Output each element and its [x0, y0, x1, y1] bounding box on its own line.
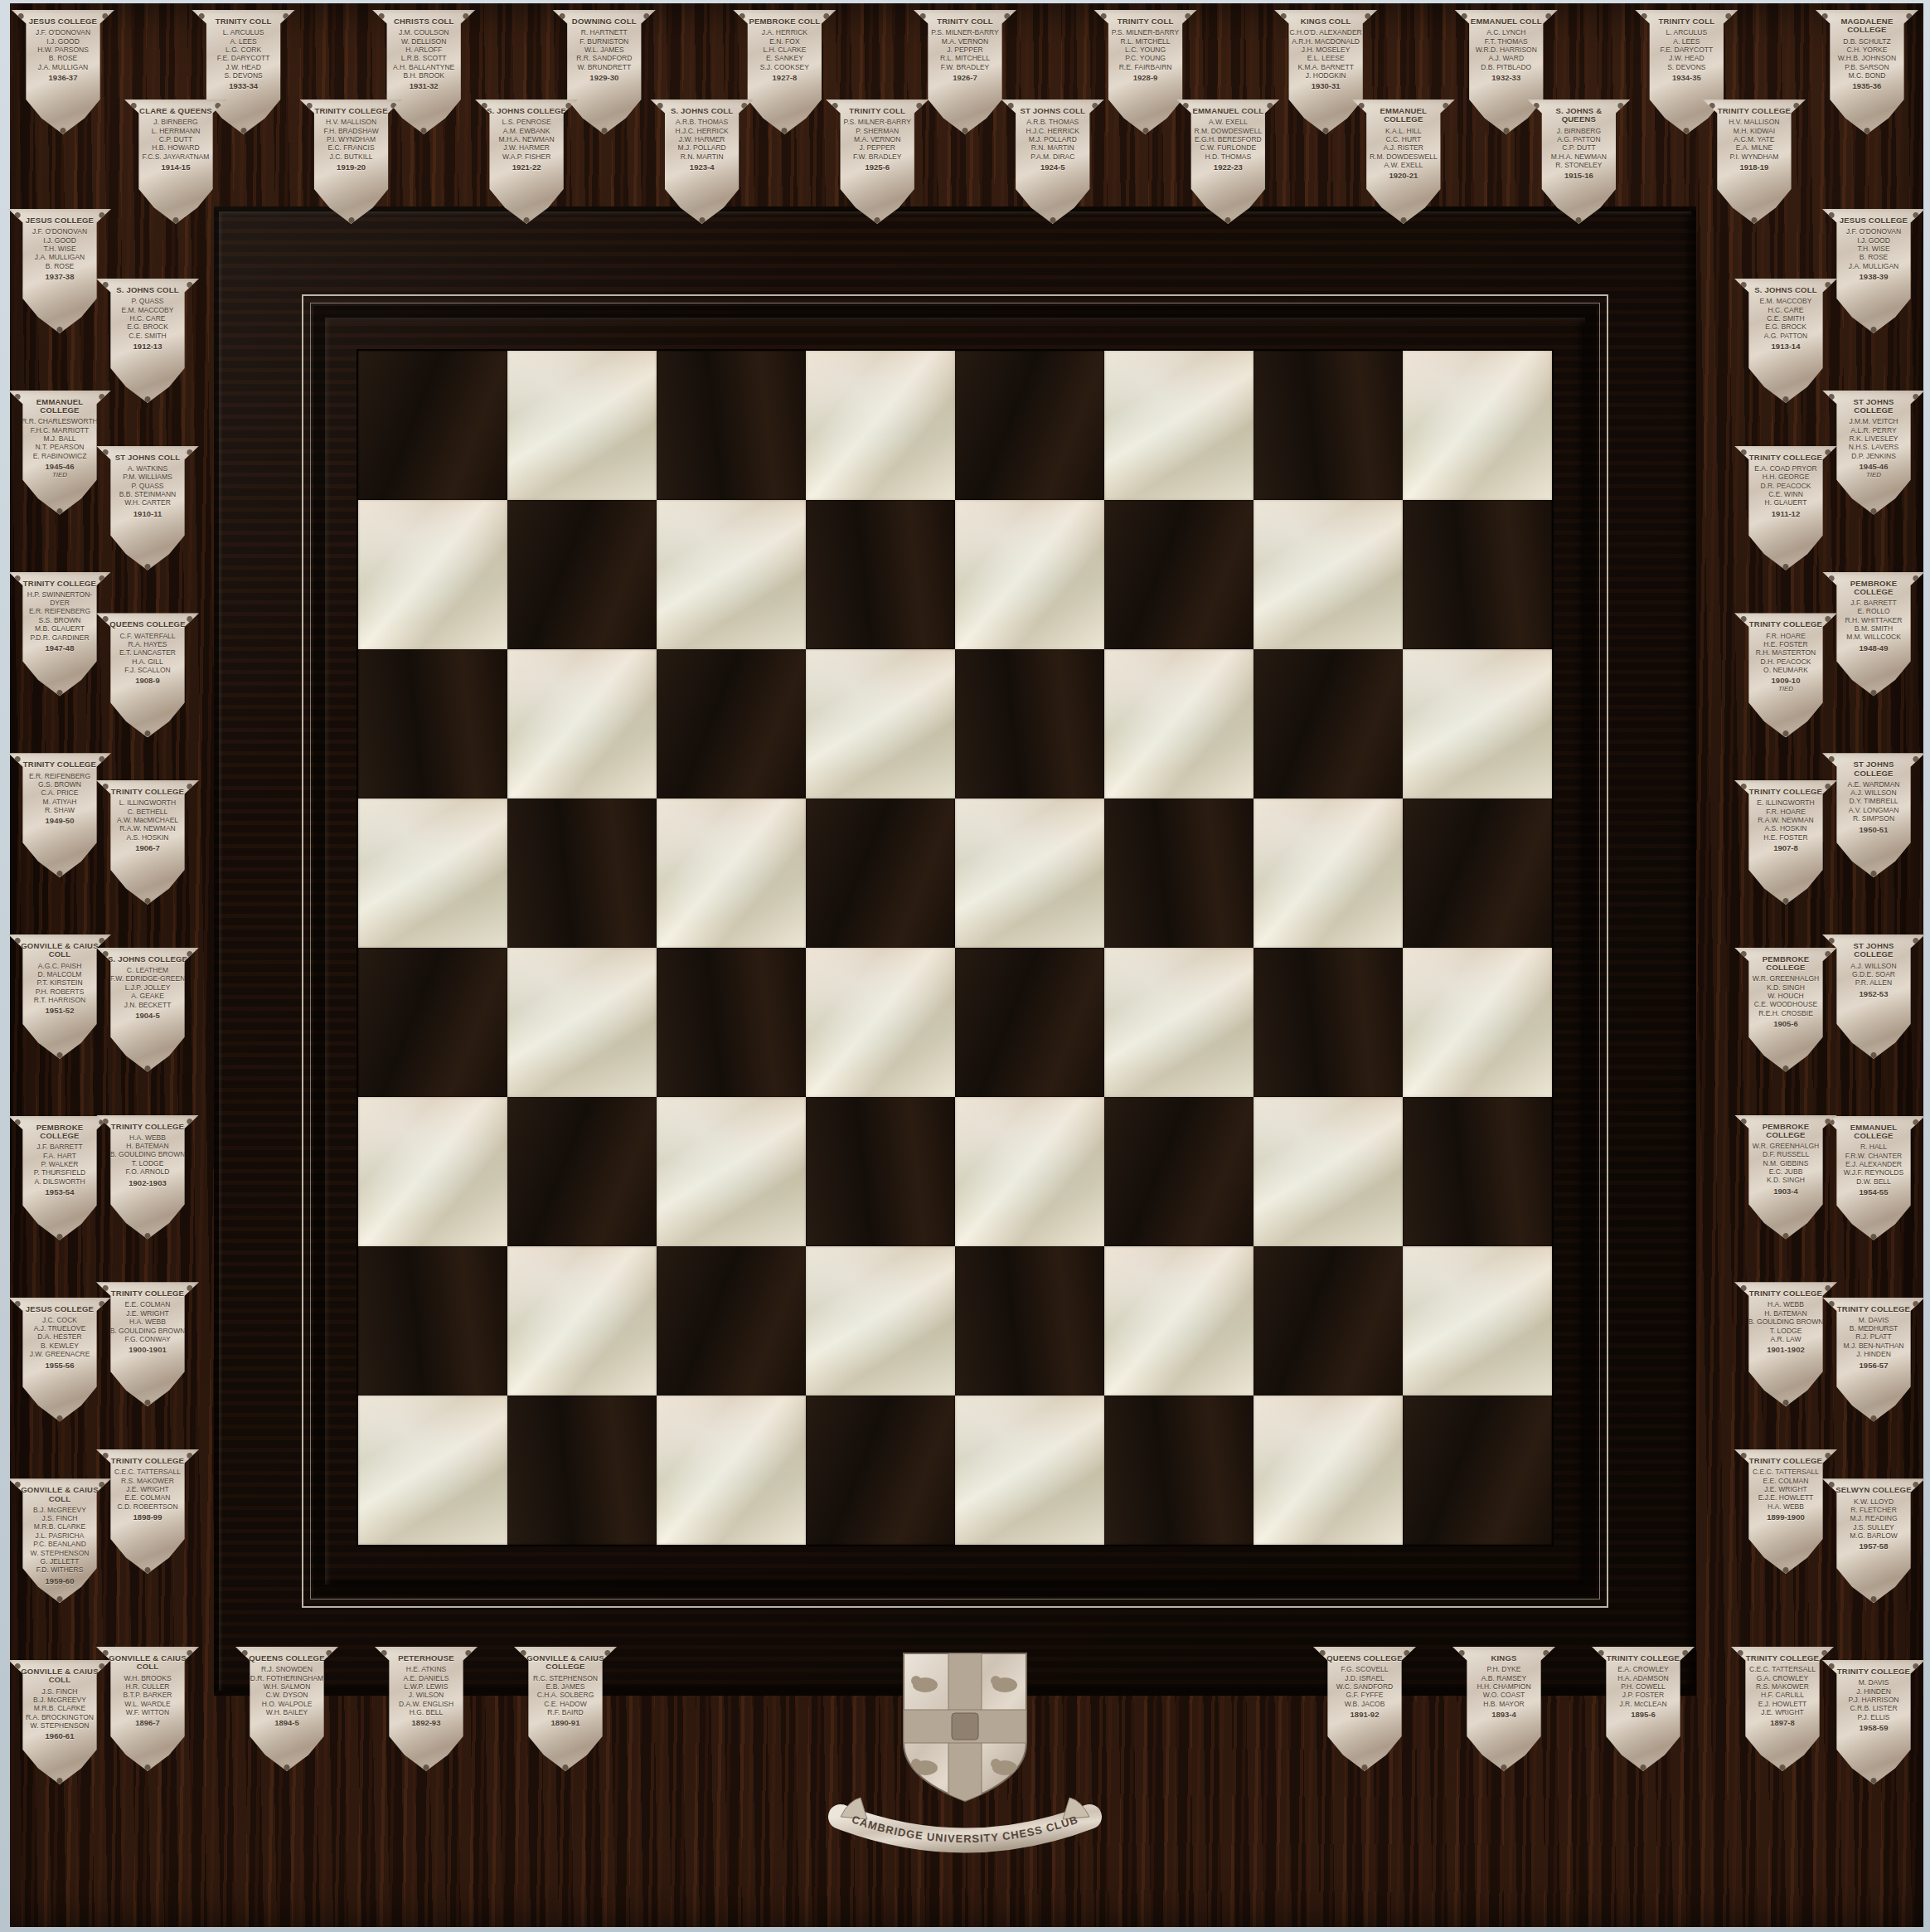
plaque-player-name: A.S. HOSKIN — [1745, 824, 1826, 833]
plaque-college: SELWYN COLLEGE — [1833, 1486, 1914, 1494]
plaque-player-name: P.I. WYNDHAM — [1714, 153, 1795, 161]
square-r2c7[interactable] — [1254, 500, 1403, 649]
square-r3c4[interactable] — [806, 649, 955, 799]
plaque-player-name: A.E. WARDMAN — [1833, 780, 1914, 789]
plaque-year: 1933-34 — [203, 81, 284, 90]
square-r5c5[interactable] — [955, 948, 1104, 1097]
plaque-college: TRINITY COLLEGE — [1742, 1654, 1823, 1663]
plaque-player-name: P. QUASS — [107, 482, 188, 490]
plaque-player-name: C.E.C. TATTERSALL — [1745, 1468, 1826, 1476]
plaque-player-name: W.R. GREENHALGH — [1745, 1142, 1826, 1150]
plaque-player-name: C.E. HADOW — [525, 1700, 606, 1708]
square-r6c2[interactable] — [507, 1097, 657, 1246]
plaque-player-name: J.W. HARMER — [662, 135, 743, 143]
plaque-player-name: C.E. SMITH — [1745, 314, 1826, 323]
square-r3c2[interactable] — [507, 649, 657, 799]
plaque-1891-92: QUEENS COLLEGEF.G. SCOVELLJ.D. ISRAELW.C… — [1313, 1647, 1416, 1771]
plaque-group-bottom-left: GONVILLE & CAIUS COLLW.H. BROOKSH.R. CUL… — [96, 1647, 617, 1771]
plaque-1918-19: TRINITY COLLEGEH.V. MALLISONM.H. KIDWAIA… — [1703, 100, 1806, 224]
plaque-player-name: J. BIRNBERG — [1538, 127, 1619, 135]
square-r6c7[interactable] — [1254, 1097, 1403, 1246]
plaque-player-name: M.J. POLLARD — [1012, 135, 1094, 143]
plaque-player-name: B. KEWLEY — [19, 1342, 100, 1350]
plaque-player-name: F.R.W. CHANTER — [1833, 1152, 1914, 1160]
plaque-year: 1913-14 — [1745, 342, 1826, 351]
plaque-college: TRINITY COLL — [836, 107, 918, 115]
plaque-player-name: P.A.M. DIRAC — [1012, 153, 1094, 161]
square-r4c5[interactable] — [955, 799, 1104, 948]
plaque-player-name: C.D. ROBERTSON — [107, 1502, 188, 1511]
plaque-player-name: J.H. MOSELEY — [1285, 46, 1366, 54]
plaque-player-name: M.R.B. CLARKE — [19, 1522, 100, 1531]
square-r8c4[interactable] — [806, 1396, 955, 1545]
square-r8c7[interactable] — [1254, 1396, 1403, 1545]
plaque-player-name: H.E. FOSTER — [1745, 640, 1826, 648]
plaque-player-name: P.I. WYNDHAM — [311, 135, 392, 143]
plaque-player-name: H. ARLOFF — [383, 46, 464, 54]
plaque-player-name: W.B. JACOB — [1324, 1700, 1405, 1708]
plaque-player-name: A.G. PATTON — [1745, 332, 1826, 340]
plaque-player-name: C.E. WOODHOUSE — [1745, 1000, 1826, 1008]
square-r8c6[interactable] — [1104, 1396, 1254, 1545]
plaque-player-name: H.C. CARE — [107, 314, 188, 323]
square-r2c8[interactable] — [1403, 500, 1552, 649]
square-r7c1[interactable] — [358, 1246, 507, 1396]
square-r2c5[interactable] — [955, 500, 1104, 649]
plaque-player-name: A.V. LONGMAN — [1833, 806, 1914, 814]
plaque-player-name: G.F. FYFFE — [1324, 1691, 1405, 1699]
plaque-player-name: J.E. WRIGHT — [1742, 1708, 1823, 1716]
square-r3c8[interactable] — [1403, 649, 1552, 799]
plaque-player-name: D. MALCOLM — [19, 970, 100, 978]
plaque-row-bottom: GONVILLE & CAIUS COLLW.H. BROOKSH.R. CUL… — [96, 1647, 1834, 1896]
plaque-player-name: C.E.C. TATTERSALL — [1742, 1665, 1823, 1673]
plaque-player-name: M. ATIYAH — [19, 798, 100, 806]
square-r4c6[interactable] — [1104, 799, 1254, 948]
plaque-player-name: M.M. WILLCOCK — [1833, 633, 1914, 641]
plaque-player-name: A.S. HOSKIN — [107, 833, 188, 842]
plaque-player-name: D.P. JENKINS — [1833, 452, 1914, 460]
plaque-player-name: W. HOUCH — [1745, 992, 1826, 1000]
plaque-player-name: J.S. FINCH — [19, 1687, 100, 1696]
plaque-player-name: H. GLAUERT — [1745, 498, 1826, 507]
plaque-college: TRINITY COLL — [203, 17, 284, 26]
plaque-player-name: N.T. PEARSON — [19, 443, 100, 451]
plaque-player-name: E.T. LANCASTER — [107, 648, 188, 657]
square-r2c3[interactable] — [657, 500, 806, 649]
plaque-year: 1900-1901 — [107, 1345, 188, 1354]
plaque-player-name: H. BATEMAN — [107, 1142, 188, 1150]
plaque-player-name: R.N. MARTIN — [1012, 143, 1094, 152]
plaque-college: EMMANUEL COLLEGE — [1833, 1124, 1914, 1141]
plaque-player-name: E.E. COLMAN — [1745, 1477, 1826, 1485]
plaque-player-name: H.A. WEBB — [107, 1133, 188, 1142]
square-r1c1[interactable] — [358, 351, 507, 500]
plaque-year: 1934-35 — [1646, 73, 1727, 82]
square-r5c2[interactable] — [507, 948, 657, 1097]
plaque-1914-15: CLARE & QUEENSJ. BIRNBERGL. HERRMANNC.P.… — [124, 100, 227, 224]
square-r8c3[interactable] — [657, 1396, 806, 1545]
square-r1c7[interactable] — [1254, 351, 1403, 500]
plaque-year: 1945-46 — [1833, 462, 1914, 471]
square-r2c6[interactable] — [1104, 500, 1254, 649]
plaque-player-name: P. WALKER — [19, 1160, 100, 1168]
plaque-1945-46: ST JOHNS COLLEGEJ.M.M. VEITCHA.L.R. PERR… — [1822, 391, 1925, 515]
plaque-1948-49: PEMBROKE COLLEGEJ.F. BARRETTE. ROLLOR.H.… — [1822, 572, 1925, 697]
plaque-player-name: A.E. DANIELS — [386, 1674, 467, 1682]
plaque-year: 1955-56 — [19, 1361, 100, 1370]
plaque-player-name: D.A. HESTER — [19, 1332, 100, 1341]
plaque-player-name: R.K. LIVESLEY — [1833, 434, 1914, 443]
plaque-year: 1924-5 — [1012, 163, 1094, 172]
plaque-player-name: F.T. THOMAS — [1466, 37, 1547, 46]
plaque-player-name: C.P. DUTT — [1538, 143, 1619, 152]
plaque-player-name: E.M. MACCOBY — [1745, 297, 1826, 305]
square-r3c5[interactable] — [955, 649, 1104, 799]
plaque-player-name: F.R. HOARE — [1745, 632, 1826, 640]
plaque-year: 1951-52 — [19, 1006, 100, 1015]
plaque-player-name: K.D. SINGH — [1745, 1176, 1826, 1184]
plaque-player-name: P.R. ALLEN — [1833, 978, 1914, 987]
plaque-player-name: A.W. EXELL — [1187, 118, 1268, 126]
plaque-player-name: E.E. COLMAN — [107, 1300, 188, 1308]
square-r8c1[interactable] — [358, 1396, 507, 1545]
plaque-year: 1894-5 — [246, 1718, 327, 1727]
plaque-player-name: B.H. BROOK — [383, 71, 464, 80]
plaque-player-name: B.T.P. BARKER — [107, 1691, 188, 1699]
plaque-college: TRINITY COLLEGE — [107, 1123, 188, 1131]
plaque-year: 1949-50 — [19, 816, 100, 825]
plaque-player-name: A.J. WILLSON — [1833, 789, 1914, 797]
plaque-player-name: A. GEAKE — [107, 992, 188, 1000]
plaque-year: 1928-9 — [1105, 73, 1186, 82]
plaque-player-name: F.J. SCALLON — [107, 666, 188, 674]
plaque-player-name: T.H. WISE — [1833, 245, 1914, 253]
plaque-year: 1915-16 — [1538, 171, 1619, 180]
plaque-1958-59: TRINITY COLLEGEM. DAVISJ. HINDENP.J. HAR… — [1822, 1660, 1925, 1784]
plaque-college: TRINITY COLLEGE — [107, 1457, 188, 1465]
plaque-player-name: H.O. WALPOLE — [246, 1700, 327, 1708]
plaque-player-name: C.E. SMITH — [107, 332, 188, 340]
plaque-player-name: H.A. ADAMSON — [1603, 1674, 1684, 1682]
square-r1c8[interactable] — [1403, 351, 1552, 500]
plaque-player-name: A.R.H. MACDONALD — [1285, 37, 1366, 46]
plaque-1911-12: TRINITY COLLEGEE.A. COAD PRYORH.H. GEORG… — [1734, 446, 1837, 570]
plaque-player-name: F.G. CONWAY — [107, 1335, 188, 1343]
plaque-note: TIED — [1745, 685, 1826, 692]
plaque-player-name: P.S. MILNER-BARRY — [924, 28, 1006, 36]
plaque-college: TRINITY COLL — [1646, 17, 1727, 26]
plaque-player-name: H.A. GILL — [107, 658, 188, 666]
square-r1c6[interactable] — [1104, 351, 1254, 500]
square-r1c3[interactable] — [657, 351, 806, 500]
square-r5c6[interactable] — [1104, 948, 1254, 1097]
square-r5c8[interactable] — [1403, 948, 1552, 1097]
plaque-college: CHRISTS COLL — [383, 17, 464, 26]
square-r7c3[interactable] — [657, 1246, 806, 1396]
plaque-1950-51: ST JOHNS COLLEGEA.E. WARDMANA.J. WILLSON… — [1822, 753, 1925, 877]
plaque-1890-91: GONVILLE & CAIUS COLLEGER.C. STEPHENSONE… — [514, 1647, 617, 1771]
square-r1c2[interactable] — [507, 351, 657, 500]
plaque-college: JESUS COLLEGE — [1833, 216, 1914, 225]
square-r6c1[interactable] — [358, 1097, 507, 1246]
plaque-player-name: W.H. BROOKS — [107, 1674, 188, 1682]
plaque-player-name: E.J.E. HOWLETT — [1745, 1493, 1826, 1502]
plaque-player-name: L.C. YOUNG — [1105, 46, 1186, 54]
plaque-year: 1898-99 — [107, 1512, 188, 1522]
plaque-player-name: H.W. PARSONS — [22, 46, 104, 54]
plaque-player-name: A. DILSWORTH — [19, 1177, 100, 1186]
plaque-college: ST JOHNS COLLEGE — [1833, 398, 1914, 415]
plaque-player-name: H.A. WEBB — [1745, 1300, 1826, 1308]
plaque-player-name: J.W. HEAD — [203, 63, 284, 71]
plaque-player-name: C.C. HURT — [1363, 135, 1444, 143]
plaque-year: 1948-49 — [1833, 643, 1914, 653]
plaque-player-name: C.H.A. SOLBERG — [525, 1691, 606, 1699]
plaque-college: CLARE & QUEENS — [135, 107, 216, 115]
square-r8c2[interactable] — [507, 1396, 657, 1545]
square-r7c5[interactable] — [955, 1246, 1104, 1396]
square-r1c5[interactable] — [955, 351, 1104, 500]
plaque-player-name: H.B. HOWARD — [135, 143, 216, 152]
plaque-player-name: L.G. CORK — [203, 46, 284, 54]
plaque-player-name: M.A. VERNON — [924, 37, 1006, 46]
plaque-player-name: R.H. MASTERTON — [1745, 648, 1826, 657]
square-r4c7[interactable] — [1254, 799, 1403, 948]
plaque-player-name: J.R. McCLEAN — [1603, 1700, 1684, 1708]
plaque-player-name: H.H. CHAMPION — [1463, 1682, 1544, 1691]
plaque-college: S. JOHNS COLLEGE — [486, 107, 567, 115]
plaque-player-name: J. PEPPER — [836, 143, 918, 152]
plaque-player-name: E. SANKEY — [744, 54, 825, 62]
plaque-1900-1901: TRINITY COLLEGEE.E. COLMANJ.E. WRIGHTH.A… — [96, 1282, 199, 1406]
square-r3c1[interactable] — [358, 649, 507, 799]
plaque-player-name: C.W. DYSON — [246, 1691, 327, 1699]
plaque-college: TRINITY COLL — [924, 17, 1006, 26]
plaque-player-name: T. LODGE — [107, 1159, 188, 1167]
plaque-year: 1920-21 — [1363, 171, 1444, 180]
plaque-player-name: F.O. ARNOLD — [107, 1167, 188, 1176]
plaque-player-name: L. ARCULUS — [1646, 28, 1727, 36]
plaque-year: 1918-19 — [1714, 163, 1795, 172]
plaque-player-name: E. RABINOWICZ — [19, 452, 100, 460]
plaque-player-name: F.H. BRADSHAW — [311, 127, 392, 135]
plaque-player-name: M.R.B. CLARKE — [19, 1704, 100, 1712]
plaque-year: 1945-46 — [19, 462, 100, 471]
plaque-player-name: R. SIMPSON — [1833, 814, 1914, 823]
plaque-college: ST JOHNS COLLEGE — [1833, 760, 1914, 778]
plaque-year: 1901-1902 — [1745, 1345, 1826, 1354]
square-r8c8[interactable] — [1403, 1396, 1552, 1545]
plaque-year: 1911-12 — [1745, 509, 1826, 518]
plaque-player-name: R.M. DOWDESWELL — [1363, 153, 1444, 161]
square-r6c6[interactable] — [1104, 1097, 1254, 1246]
plaque-player-name: A.R. LAW — [1745, 1335, 1826, 1343]
plaque-player-name: C.P. DUTT — [135, 135, 216, 143]
plaque-player-name: R. SHAW — [19, 806, 100, 814]
plaque-year: 1926-7 — [924, 73, 1006, 82]
square-r6c8[interactable] — [1403, 1097, 1552, 1246]
plaque-player-name: P.C. BEANLAND — [19, 1540, 100, 1548]
square-r3c7[interactable] — [1254, 649, 1403, 799]
plaque-player-name: F.D. WITHERS — [19, 1566, 100, 1574]
plaque-college: EMMANUEL COLL — [1466, 17, 1547, 26]
plaque-player-name: M.J. BALL — [19, 434, 100, 443]
plaque-college: S. JOHNS COLL — [1745, 286, 1826, 294]
square-r4c2[interactable] — [507, 799, 657, 948]
plaque-year: 1895-6 — [1603, 1710, 1684, 1719]
plaque-player-name: K.W. LLOYD — [1833, 1498, 1914, 1506]
square-r8c5[interactable] — [955, 1396, 1104, 1545]
plaque-player-name: N.M. GIBBINS — [1745, 1159, 1826, 1167]
square-r6c4[interactable] — [806, 1097, 955, 1246]
plaque-year: 1960-61 — [19, 1731, 100, 1740]
square-r5c7[interactable] — [1254, 948, 1403, 1097]
plaque-player-name: R.T. HARRISON — [19, 996, 100, 1004]
plaque-player-name: J.S. SULLEY — [1833, 1523, 1914, 1532]
plaque-player-name: W. DELLISON — [383, 37, 464, 46]
plaque-player-name: F.W. EDRIDGE-GREEN — [107, 974, 188, 983]
plaque-player-name: W.F. WITTON — [107, 1708, 188, 1716]
plaque-college: EMMANUEL COLLEGE — [19, 398, 100, 415]
square-r5c3[interactable] — [657, 948, 806, 1097]
square-r2c2[interactable] — [507, 500, 657, 649]
plaque-player-name: M.J. READING — [1833, 1514, 1914, 1522]
plaque-player-name: L.R.B. SCOTT — [383, 54, 464, 62]
plaque-player-name: J.W. HARMER — [486, 143, 567, 152]
plaque-college: TRINITY COLLEGE — [1745, 1457, 1826, 1465]
plaque-year: 1912-13 — [107, 342, 188, 351]
plaque-player-name: E.M. MACCOBY — [107, 306, 188, 314]
square-r6c3[interactable] — [657, 1097, 806, 1246]
plaque-player-name: N.H.S. LAVERS — [1833, 443, 1914, 451]
plaque-player-name: H.P. SWINNERTON-DYER — [19, 590, 100, 608]
square-r2c1[interactable] — [358, 500, 507, 649]
plaque-player-name: I.J. GOOD — [19, 236, 100, 245]
plaque-college: EMMANUEL COLLEGE — [1363, 107, 1444, 124]
plaque-player-name: J. HINDEN — [1833, 1350, 1914, 1358]
plaque-player-name: P.C. YOUNG — [1105, 54, 1186, 62]
plaque-player-name: L. HERRMANN — [135, 127, 216, 135]
plaque-player-name: J.E. WRIGHT — [107, 1309, 188, 1318]
plaque-player-name: J.D. ISRAEL — [1324, 1674, 1405, 1682]
plaque-college: TRINITY COLLEGE — [1745, 620, 1826, 629]
square-r4c1[interactable] — [358, 799, 507, 948]
plaque-player-name: E.N. FOX — [744, 37, 825, 46]
plaque-player-name: A.J. WARD — [1466, 54, 1547, 62]
plaque-college: TRINITY COLLEGE — [1603, 1654, 1684, 1663]
plaque-player-name: J.A. MULLIGAN — [1833, 262, 1914, 270]
square-r4c4[interactable] — [806, 799, 955, 948]
plaque-player-name: B.B. STEINMANN — [107, 490, 188, 498]
plaque-player-name: R.M. DOWDESWELL — [1187, 127, 1268, 135]
square-r7c6[interactable] — [1104, 1246, 1254, 1396]
plaque-college: TRINITY COLLEGE — [1745, 1289, 1826, 1298]
square-r5c1[interactable] — [358, 948, 507, 1097]
plaque-player-name: E.C. FRANCIS — [311, 143, 392, 152]
plaque-college: TRINITY COLLEGE — [19, 580, 100, 588]
plaque-player-name: R.N. MARTIN — [662, 153, 743, 161]
plaque-1923-4: S. JOHNS COLLA.R.B. THOMASH.J.C. HERRICK… — [651, 100, 754, 224]
plaque-year: 1936-37 — [22, 73, 104, 82]
square-r7c7[interactable] — [1254, 1246, 1403, 1396]
plaque-year: 1956-57 — [1833, 1361, 1914, 1370]
plaque-year: 1899-1900 — [1745, 1512, 1826, 1522]
plaque-college: ST JOHNS COLLEGE — [1833, 942, 1914, 959]
plaque-year: 1929-30 — [564, 73, 645, 82]
plaque-player-name: G.A. CROWLEY — [1742, 1674, 1823, 1682]
plaque-year: 1935-36 — [1826, 81, 1908, 90]
plaque-player-name: J.S. FINCH — [19, 1514, 100, 1522]
plaque-player-name: L. ARCULUS — [203, 28, 284, 36]
plaque-player-name: D.Y. TIMBRELL — [1833, 797, 1914, 805]
plaque-column-right-inner: S. JOHNS COLLE.M. MACCOBYH.C. CAREC.E. S… — [1734, 279, 1837, 1574]
plaque-player-name: J.W. GREENACRE — [19, 1350, 100, 1358]
plaque-college: ST JOHNS COLL — [1012, 107, 1094, 115]
square-r7c2[interactable] — [507, 1246, 657, 1396]
plaque-college: TRINITY COLLEGE — [1833, 1667, 1914, 1676]
plaque-player-name: L.W.P. LEWIS — [386, 1682, 467, 1691]
plaque-player-name: H.V. MALLISON — [1714, 118, 1795, 126]
plaque-1912-13: S. JOHNS COLLP. QUASSE.M. MACCOBYH.C. CA… — [96, 279, 199, 403]
plaque-player-name: F.H.C. MARRIOTT — [19, 426, 100, 434]
square-r5c4[interactable] — [806, 948, 955, 1097]
plaque-player-name: F.R. HOARE — [1745, 808, 1826, 816]
plaque-player-name: F.E. DARYCOTT — [1646, 46, 1727, 54]
plaque-player-name: R.R. CHARLESWORTH — [19, 417, 100, 425]
plaque-1907-8: TRINITY COLLEGEE. ILLINGWORTHF.R. HOARER… — [1734, 780, 1837, 905]
plaque-player-name: W.H. BAILEY — [246, 1708, 327, 1716]
square-r2c4[interactable] — [806, 500, 955, 649]
square-r7c4[interactable] — [806, 1246, 955, 1396]
plaque-player-name: C.H. YORKE — [1826, 46, 1908, 54]
plaque-college: MAGDALENE COLLEGE — [1826, 17, 1908, 35]
plaque-player-name: R.R. SANDFORD — [564, 54, 645, 62]
plaque-player-name: C.W. FURLONDE — [1187, 143, 1268, 152]
plaque-player-name: H.E. ATKINS — [386, 1665, 467, 1673]
plaque-college: KINGS — [1463, 1654, 1544, 1663]
square-r3c6[interactable] — [1104, 649, 1254, 799]
plaque-player-name: R.L. MITCHELL — [924, 54, 1006, 62]
plaque-1897-8: TRINITY COLLEGEC.E.C. TATTERSALLG.A. CRO… — [1731, 1647, 1834, 1771]
plaque-player-name: E.J. ALEXANDER — [1833, 1160, 1914, 1168]
plaque-college: PEMBROKE COLLEGE — [1833, 580, 1914, 597]
square-r3c3[interactable] — [657, 649, 806, 799]
plaque-player-name: W.C. SANDFORD — [1324, 1682, 1405, 1691]
plaque-1910-11: ST JOHNS COLLA. WATKINSP.M. WILLIAMSP. Q… — [96, 446, 199, 570]
plaque-player-name: K.D. SINGH — [1745, 983, 1826, 992]
plaque-player-name: W.A.P. FISHER — [486, 153, 567, 161]
plaque-1924-5: ST JOHNS COLLA.R.B. THOMASH.J.C. HERRICK… — [1001, 100, 1104, 224]
plaque-player-name: E.L. LEESE — [1285, 54, 1366, 62]
plaque-player-name: A.M. EWBANK — [486, 127, 567, 135]
square-r4c3[interactable] — [657, 799, 806, 948]
square-r1c4[interactable] — [806, 351, 955, 500]
plaque-player-name: D.B. PITBLADO — [1466, 63, 1547, 71]
square-r4c8[interactable] — [1403, 799, 1552, 948]
square-r6c5[interactable] — [955, 1097, 1104, 1246]
plaque-player-name: E. ILLINGWORTH — [1745, 799, 1826, 807]
plaque-player-name: E.B. JAMES — [525, 1682, 606, 1691]
plaque-1921-22: S. JOHNS COLLEGEL.S. PENROSEA.M. EWBANKM… — [475, 100, 578, 224]
square-r7c8[interactable] — [1403, 1246, 1552, 1396]
plaque-player-name: I.J. GOOD — [22, 37, 104, 46]
plaque-1901-1902: TRINITY COLLEGEH.A. WEBBH. BATEMANB. GOU… — [1734, 1282, 1837, 1406]
plaque-player-name: S.S. BROWN — [19, 616, 100, 624]
plaque-college: KINGS COLL — [1285, 17, 1366, 26]
plaque-player-name: E. ROLLO — [1833, 607, 1914, 615]
plaque-1922-23: EMMANUEL COLLA.W. EXELLR.M. DOWDESWELLE.… — [1176, 100, 1279, 224]
